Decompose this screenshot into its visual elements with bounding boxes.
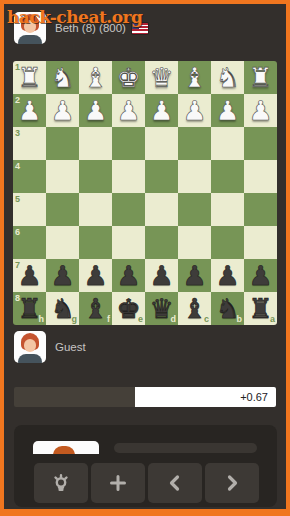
square-f8[interactable]: f♝ (79, 292, 112, 325)
rank-label-6: 6 (15, 227, 20, 237)
white-bishop[interactable]: ♝ (182, 61, 206, 94)
white-pawn[interactable]: ♟ (83, 94, 107, 127)
rank-label-2: 2 (15, 95, 20, 105)
player-name-text: Guest (55, 341, 86, 353)
rank-label-7: 7 (15, 260, 20, 270)
square-g1[interactable]: ♞ (46, 61, 79, 94)
square-b7[interactable]: ♟ (211, 259, 244, 292)
square-g6[interactable] (46, 226, 79, 259)
player-bar[interactable]: Guest (14, 331, 86, 363)
square-d7[interactable]: ♟ (145, 259, 178, 292)
square-c6[interactable] (178, 226, 211, 259)
file-label-a: a (270, 314, 275, 324)
player-avatar[interactable] (14, 331, 46, 363)
white-pawn[interactable]: ♟ (17, 94, 41, 127)
file-label-d: d (171, 314, 177, 324)
square-e5[interactable] (112, 193, 145, 226)
watermark-frame: hack-cheat.org Beth (8) (800) 1♜♞♝♚♛♝♞♜2… (0, 0, 290, 516)
lightbulb-icon (51, 473, 71, 493)
file-label-b: b (237, 314, 243, 324)
hint-button[interactable] (34, 463, 88, 503)
square-f5[interactable] (79, 193, 112, 226)
square-f3[interactable] (79, 127, 112, 160)
chevron-right-icon (222, 473, 242, 493)
bottom-panel (14, 425, 277, 507)
black-rook[interactable]: ♜ (248, 292, 272, 325)
black-pawn[interactable]: ♟ (83, 259, 107, 292)
square-d8[interactable]: d♛ (145, 292, 178, 325)
white-rook[interactable]: ♜ (248, 61, 272, 94)
square-d3[interactable] (145, 127, 178, 160)
white-pawn[interactable]: ♟ (116, 94, 140, 127)
app-screen: hack-cheat.org Beth (8) (800) 1♜♞♝♚♛♝♞♜2… (4, 4, 286, 509)
forward-button[interactable] (205, 463, 259, 503)
file-label-e: e (138, 314, 143, 324)
square-c4[interactable] (178, 160, 211, 193)
square-h8[interactable]: 8h♜ (13, 292, 46, 325)
black-pawn[interactable]: ♟ (215, 259, 239, 292)
file-label-c: c (204, 314, 209, 324)
black-pawn[interactable]: ♟ (17, 259, 41, 292)
black-bishop[interactable]: ♝ (182, 292, 206, 325)
square-h6[interactable]: 6 (13, 226, 46, 259)
black-bishop[interactable]: ♝ (83, 292, 107, 325)
square-b8[interactable]: b♞ (211, 292, 244, 325)
file-label-g: g (72, 314, 78, 324)
chevron-left-icon (165, 473, 185, 493)
white-pawn[interactable]: ♟ (248, 94, 272, 127)
square-a7[interactable]: ♟ (244, 259, 277, 292)
square-f7[interactable]: ♟ (79, 259, 112, 292)
coach-bubble[interactable] (33, 441, 99, 454)
black-pawn[interactable]: ♟ (182, 259, 206, 292)
square-b5[interactable] (211, 193, 244, 226)
square-g2[interactable]: ♟ (46, 94, 79, 127)
white-pawn[interactable]: ♟ (215, 94, 239, 127)
square-f2[interactable]: ♟ (79, 94, 112, 127)
black-pawn[interactable]: ♟ (149, 259, 173, 292)
square-b1[interactable]: ♞ (211, 61, 244, 94)
chess-board[interactable]: 1♜♞♝♚♛♝♞♜2♟♟♟♟♟♟♟♟34567♟♟♟♟♟♟♟♟8h♜g♞f♝e♚… (13, 61, 277, 325)
rank-label-3: 3 (15, 128, 20, 138)
square-g7[interactable]: ♟ (46, 259, 79, 292)
white-pawn[interactable]: ♟ (149, 94, 173, 127)
white-knight[interactable]: ♞ (50, 61, 74, 94)
square-h4[interactable]: 4 (13, 160, 46, 193)
square-c5[interactable] (178, 193, 211, 226)
square-e4[interactable] (112, 160, 145, 193)
square-f6[interactable] (79, 226, 112, 259)
square-f1[interactable]: ♝ (79, 61, 112, 94)
square-e7[interactable]: ♟ (112, 259, 145, 292)
rank-label-8: 8 (15, 293, 20, 303)
square-h3[interactable]: 3 (13, 127, 46, 160)
square-d6[interactable] (145, 226, 178, 259)
square-f4[interactable] (79, 160, 112, 193)
square-h1[interactable]: 1♜ (13, 61, 46, 94)
square-d4[interactable] (145, 160, 178, 193)
black-pawn[interactable]: ♟ (248, 259, 272, 292)
square-g3[interactable] (46, 127, 79, 160)
player-name: Guest (55, 341, 86, 353)
move-list-placeholder[interactable] (114, 443, 257, 453)
square-c2[interactable]: ♟ (178, 94, 211, 127)
rank-label-4: 4 (15, 161, 20, 171)
back-button[interactable] (148, 463, 202, 503)
rank-label-5: 5 (15, 194, 20, 204)
square-b2[interactable]: ♟ (211, 94, 244, 127)
black-pawn[interactable]: ♟ (116, 259, 140, 292)
square-g8[interactable]: g♞ (46, 292, 79, 325)
square-b4[interactable] (211, 160, 244, 193)
white-pawn[interactable]: ♟ (182, 94, 206, 127)
square-c8[interactable]: c♝ (178, 292, 211, 325)
square-h2[interactable]: 2♟ (13, 94, 46, 127)
toolbar (34, 463, 259, 503)
rank-label-1: 1 (15, 62, 20, 72)
black-king[interactable]: ♚ (116, 292, 140, 325)
evaluation-white-segment: +0.67 (135, 387, 276, 407)
square-a8[interactable]: a♜ (244, 292, 277, 325)
white-rook[interactable]: ♜ (17, 61, 41, 94)
square-a5[interactable] (244, 193, 277, 226)
avatar-body (18, 35, 42, 44)
square-h5[interactable]: 5 (13, 193, 46, 226)
square-c1[interactable]: ♝ (178, 61, 211, 94)
coach-avatar-top (53, 446, 75, 454)
square-h7[interactable]: 7♟ (13, 259, 46, 292)
white-bishop[interactable]: ♝ (83, 61, 107, 94)
square-e1[interactable]: ♚ (112, 61, 145, 94)
file-label-f: f (107, 314, 110, 324)
square-c3[interactable] (178, 127, 211, 160)
square-e8[interactable]: e♚ (112, 292, 145, 325)
square-d1[interactable]: ♛ (145, 61, 178, 94)
square-d5[interactable] (145, 193, 178, 226)
square-a1[interactable]: ♜ (244, 61, 277, 94)
square-c7[interactable]: ♟ (178, 259, 211, 292)
white-knight[interactable]: ♞ (215, 61, 239, 94)
add-button[interactable] (91, 463, 145, 503)
avatar-body (18, 354, 42, 363)
square-a6[interactable] (244, 226, 277, 259)
square-g4[interactable] (46, 160, 79, 193)
square-a4[interactable] (244, 160, 277, 193)
file-label-h: h (39, 314, 45, 324)
square-a3[interactable] (244, 127, 277, 160)
square-a2[interactable]: ♟ (244, 94, 277, 127)
avatar-face (24, 339, 36, 352)
square-b3[interactable] (211, 127, 244, 160)
square-g5[interactable] (46, 193, 79, 226)
square-e2[interactable]: ♟ (112, 94, 145, 127)
square-b6[interactable] (211, 226, 244, 259)
evaluation-black-segment (14, 387, 135, 407)
white-queen[interactable]: ♛ (149, 61, 173, 94)
plus-icon (108, 473, 128, 493)
watermark-text: hack-cheat.org (7, 7, 142, 27)
square-e3[interactable] (112, 127, 145, 160)
white-king[interactable]: ♚ (116, 61, 140, 94)
square-e6[interactable] (112, 226, 145, 259)
white-pawn[interactable]: ♟ (50, 94, 74, 127)
square-d2[interactable]: ♟ (145, 94, 178, 127)
evaluation-bar: +0.67 (14, 387, 276, 407)
black-pawn[interactable]: ♟ (50, 259, 74, 292)
evaluation-value: +0.67 (240, 391, 268, 403)
